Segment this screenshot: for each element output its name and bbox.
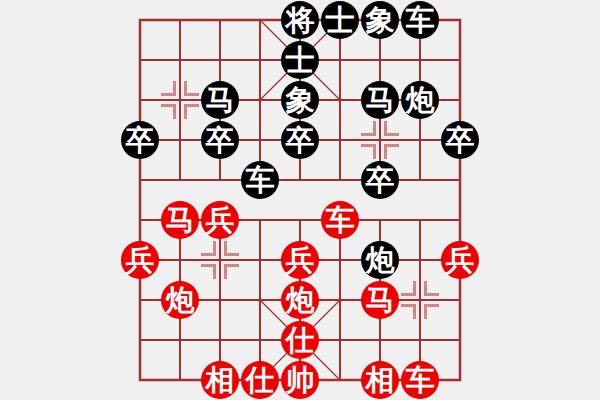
red-soldier[interactable]: 兵 [441,241,479,279]
marker-corner-ne [184,81,199,96]
black-chariot[interactable]: 车 [401,1,439,39]
marker-corner-se [424,304,439,319]
xiangqi-screen: 将士象车士马象马炮卒卒卒卒车卒马兵车兵兵炮兵炮炮马仕相仕帅相车 [0,0,600,400]
marker-corner-sw [361,144,376,159]
marker-corner-nw [201,241,216,256]
black-horse[interactable]: 马 [361,81,399,119]
black-soldier[interactable]: 卒 [361,161,399,199]
marker-corner-nw [401,281,416,296]
black-cannon[interactable]: 炮 [361,241,399,279]
xiangqi-board[interactable]: 将士象车士马象马炮卒卒卒卒车卒马兵车兵兵炮兵炮炮马仕相仕帅相车 [120,0,480,400]
marker-corner-se [384,144,399,159]
black-chariot[interactable]: 车 [241,161,279,199]
red-cannon[interactable]: 炮 [161,281,199,319]
marker-corner-se [184,104,199,119]
last-move-marker [160,80,200,120]
marker-corner-nw [161,81,176,96]
red-general[interactable]: 帅 [281,361,319,399]
red-horse[interactable]: 马 [161,201,199,239]
marker-corner-nw [361,121,376,136]
red-soldier[interactable]: 兵 [281,241,319,279]
black-advisor[interactable]: 士 [281,41,319,79]
black-soldier[interactable]: 卒 [441,121,479,159]
marker-corner-se [224,264,239,279]
black-horse[interactable]: 马 [201,81,239,119]
red-soldier[interactable]: 兵 [201,201,239,239]
marker-corner-sw [401,304,416,319]
marker-corner-ne [224,241,239,256]
black-cannon[interactable]: 炮 [401,81,439,119]
black-general[interactable]: 将 [281,1,319,39]
black-elephant[interactable]: 象 [361,1,399,39]
red-cannon[interactable]: 炮 [281,281,319,319]
last-move-marker [360,120,400,160]
black-advisor[interactable]: 士 [321,1,359,39]
red-soldier[interactable]: 兵 [121,241,159,279]
last-move-marker [200,240,240,280]
red-advisor[interactable]: 仕 [241,361,279,399]
black-soldier[interactable]: 卒 [281,121,319,159]
red-horse[interactable]: 马 [361,281,399,319]
black-elephant[interactable]: 象 [281,81,319,119]
black-soldier[interactable]: 卒 [201,121,239,159]
marker-corner-sw [201,264,216,279]
marker-corner-ne [384,121,399,136]
red-elephant[interactable]: 相 [201,361,239,399]
red-elephant[interactable]: 相 [361,361,399,399]
red-chariot[interactable]: 车 [321,201,359,239]
black-soldier[interactable]: 卒 [121,121,159,159]
red-chariot[interactable]: 车 [401,361,439,399]
marker-corner-ne [424,281,439,296]
red-advisor[interactable]: 仕 [281,321,319,359]
marker-corner-sw [161,104,176,119]
last-move-marker [400,280,440,320]
